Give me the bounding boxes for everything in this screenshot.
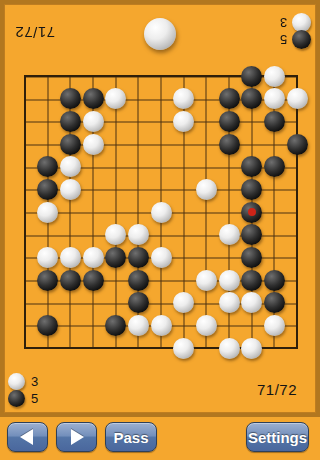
black-stone xyxy=(264,292,285,313)
black-stone xyxy=(83,88,104,109)
black-stone xyxy=(241,88,262,109)
black-stone-icon xyxy=(8,390,25,407)
black-stone-icon xyxy=(292,30,311,49)
black-stone xyxy=(264,111,285,132)
move-counter-top: 71/72 xyxy=(15,24,55,41)
black-stone xyxy=(219,88,240,109)
captures-display-bottom: 3 5 xyxy=(8,372,38,408)
black-stone xyxy=(105,315,126,336)
white-stone xyxy=(128,315,149,336)
white-stone xyxy=(151,247,172,268)
move-counter-bottom: 71/72 xyxy=(257,381,297,398)
black-stone-last-move xyxy=(241,202,262,223)
white-stone xyxy=(37,202,58,223)
white-stone xyxy=(219,270,240,291)
white-stone xyxy=(60,247,81,268)
white-stone xyxy=(105,88,126,109)
last-move-marker xyxy=(248,208,256,216)
white-stone xyxy=(241,292,262,313)
black-captures-row: 5 xyxy=(280,30,311,49)
white-stone xyxy=(37,247,58,268)
black-stone xyxy=(37,270,58,291)
white-stone xyxy=(196,270,217,291)
white-stone xyxy=(83,134,104,155)
black-stone xyxy=(241,156,262,177)
black-stone xyxy=(37,315,58,336)
black-stone xyxy=(105,247,126,268)
white-stone xyxy=(83,247,104,268)
left-arrow-icon xyxy=(20,429,33,445)
white-stone xyxy=(151,202,172,223)
pass-button[interactable]: Pass xyxy=(105,422,157,452)
turn-indicator-white-stone xyxy=(144,18,176,50)
right-arrow-icon xyxy=(71,429,84,445)
black-stone xyxy=(287,134,308,155)
black-stone xyxy=(241,247,262,268)
white-stone xyxy=(173,338,194,359)
white-stone xyxy=(105,224,126,245)
white-stone xyxy=(83,111,104,132)
white-captures-count: 3 xyxy=(31,374,38,389)
settings-button[interactable]: Settings xyxy=(246,422,309,452)
white-stone xyxy=(151,315,172,336)
white-stone xyxy=(173,111,194,132)
white-stone xyxy=(264,315,285,336)
black-stone xyxy=(241,66,262,87)
black-stone xyxy=(37,179,58,200)
white-stone xyxy=(264,66,285,87)
white-stone xyxy=(219,224,240,245)
white-stone xyxy=(287,88,308,109)
black-stone xyxy=(60,88,81,109)
white-stone xyxy=(219,292,240,313)
white-stone xyxy=(219,338,240,359)
white-stone xyxy=(60,156,81,177)
white-stone xyxy=(128,224,149,245)
black-stone xyxy=(264,156,285,177)
white-stone xyxy=(173,292,194,313)
white-stone xyxy=(196,315,217,336)
back-move-button[interactable] xyxy=(7,422,48,452)
white-stone xyxy=(60,179,81,200)
white-captures-row: 3 xyxy=(280,13,311,32)
black-stone xyxy=(60,134,81,155)
white-stone xyxy=(264,88,285,109)
black-stone xyxy=(264,270,285,291)
black-stone xyxy=(60,111,81,132)
go-board[interactable] xyxy=(24,75,298,349)
white-stone xyxy=(196,179,217,200)
app-screen: 71/72 3 5 3 5 71/72 Pass xyxy=(0,0,320,460)
black-captures-row: 5 xyxy=(8,389,38,408)
white-stone xyxy=(173,88,194,109)
captures-display-top: 3 5 xyxy=(280,13,311,49)
bottom-toolbar: Pass Settings xyxy=(0,417,320,460)
black-captures-count: 5 xyxy=(31,391,38,406)
black-stone xyxy=(241,179,262,200)
black-captures-count: 5 xyxy=(280,32,287,47)
black-stone xyxy=(219,111,240,132)
black-stone xyxy=(128,247,149,268)
forward-move-button[interactable] xyxy=(56,422,97,452)
white-stone xyxy=(241,338,262,359)
black-stone xyxy=(241,224,262,245)
black-stone xyxy=(37,156,58,177)
black-stone xyxy=(241,270,262,291)
black-stone xyxy=(83,270,104,291)
white-captures-count: 3 xyxy=(280,15,287,30)
black-stone xyxy=(219,134,240,155)
black-stone xyxy=(60,270,81,291)
black-stone xyxy=(128,270,149,291)
black-stone xyxy=(128,292,149,313)
white-stone-icon xyxy=(8,373,25,390)
